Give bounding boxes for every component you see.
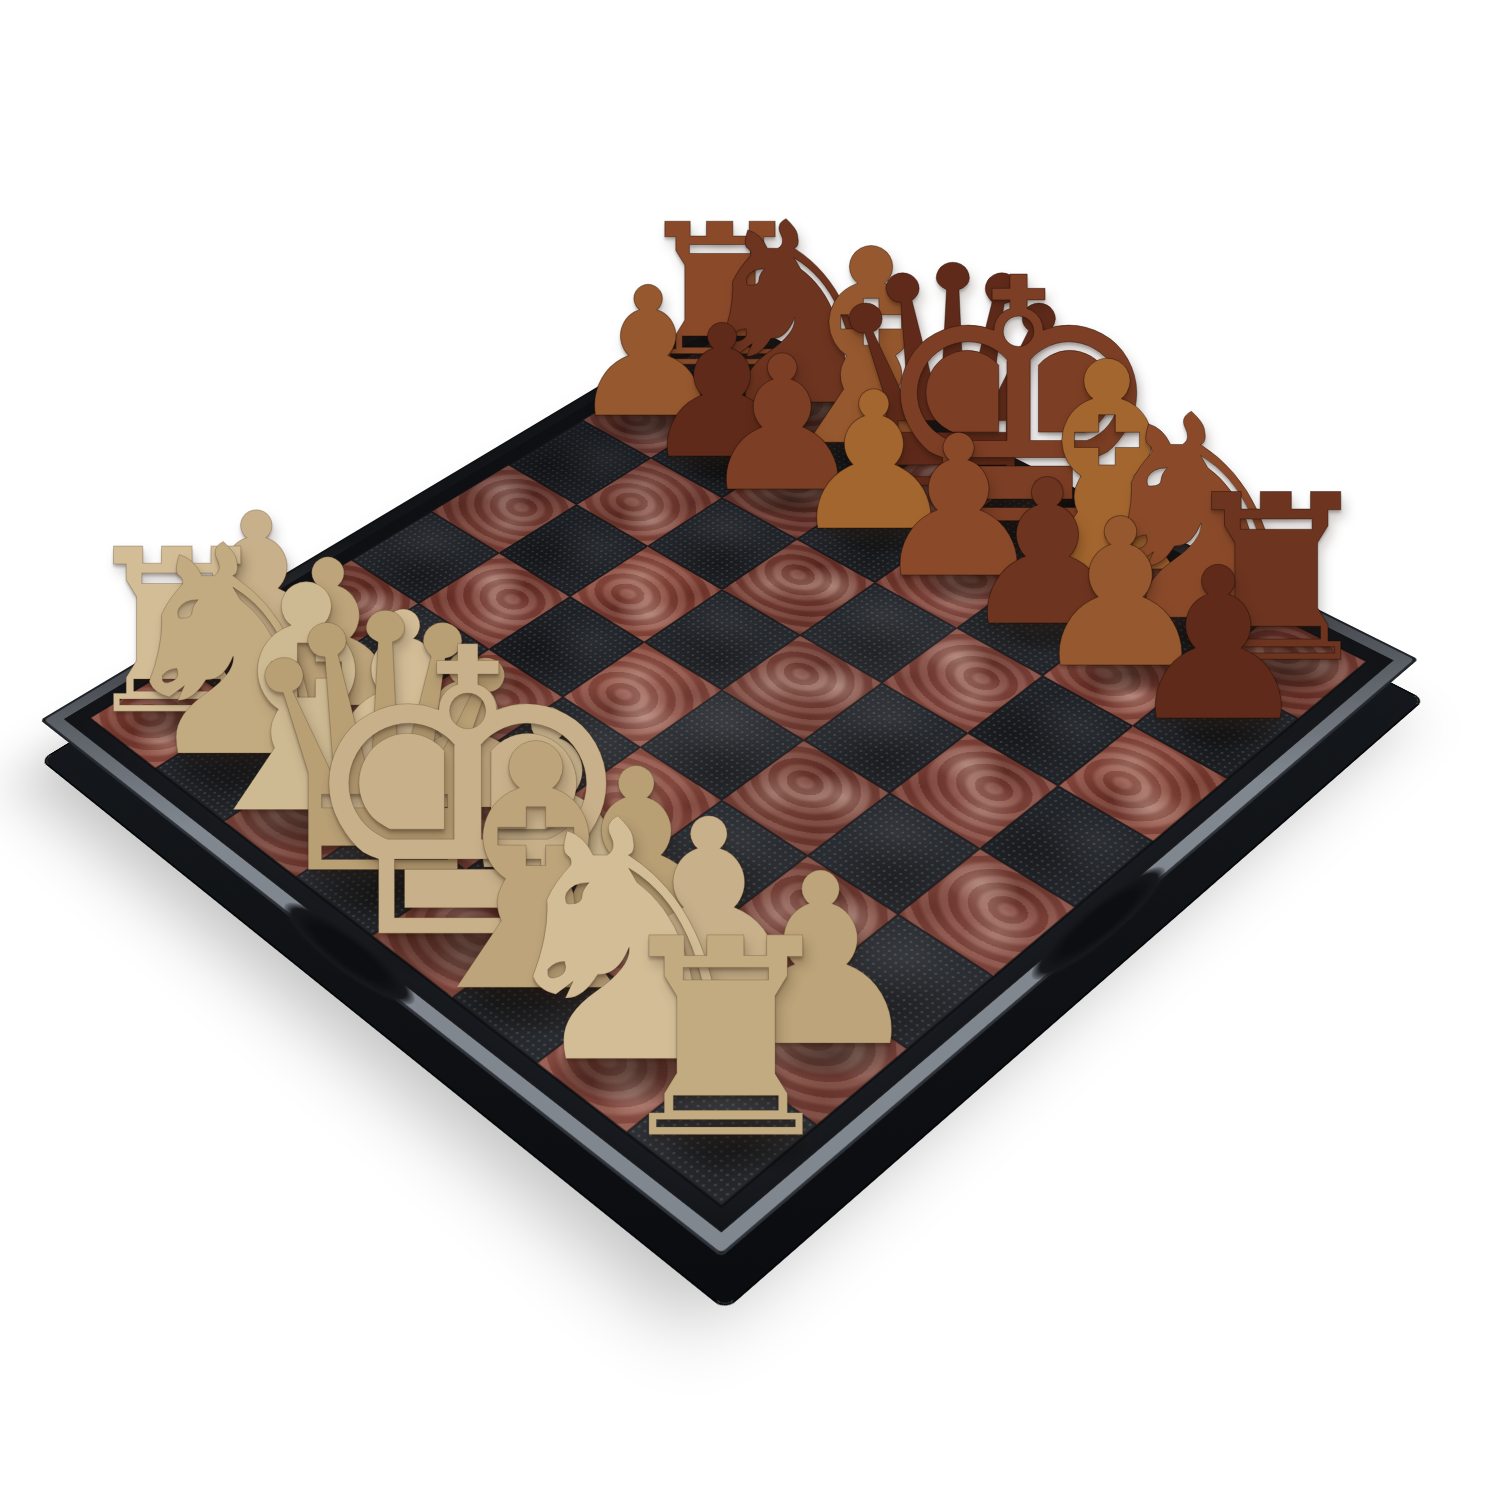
pieces-layer: ♜♞♝♛♚♝♞♜♟♟♟♟♟♟♟♟♟♟♟♟♟♟♟♟♜♞♝♛♚♝♞♜ — [0, 0, 1500, 1500]
scene: ♜♞♝♛♚♝♞♜♟♟♟♟♟♟♟♟♟♟♟♟♟♟♟♟♜♞♝♛♚♝♞♜ — [0, 0, 1500, 1500]
piece-white-rook-h1[interactable]: ♜ — [603, 904, 848, 1177]
piece-black-pawn-h7[interactable]: ♟ — [1124, 541, 1313, 751]
